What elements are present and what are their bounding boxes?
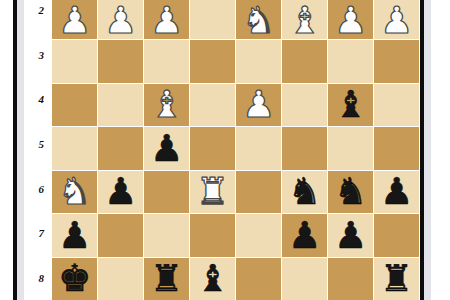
white-pawn: ♟ xyxy=(242,86,275,123)
square-d3[interactable] xyxy=(236,40,281,83)
square-e7[interactable] xyxy=(190,214,235,257)
square-h8[interactable]: ♚ xyxy=(52,258,97,300)
black-knight: ♞ xyxy=(334,173,367,210)
rank-label-8: 8 xyxy=(0,256,44,300)
square-h6[interactable]: ♞ xyxy=(52,171,97,214)
square-c8[interactable] xyxy=(282,258,327,300)
white-pawn: ♟ xyxy=(58,2,91,39)
black-pawn: ♟ xyxy=(150,130,183,167)
white-rook: ♜ xyxy=(196,173,229,210)
square-a5[interactable] xyxy=(374,127,419,170)
black-bishop: ♝ xyxy=(334,86,367,123)
black-rook: ♜ xyxy=(150,260,183,297)
black-pawn: ♟ xyxy=(380,173,413,210)
white-pawn: ♟ xyxy=(334,2,367,39)
white-bishop: ♝ xyxy=(288,2,321,39)
square-c4[interactable] xyxy=(282,84,327,127)
square-e5[interactable] xyxy=(190,127,235,170)
rank-label-4: 4 xyxy=(0,77,44,122)
square-g6[interactable]: ♟ xyxy=(98,171,143,214)
square-c7[interactable]: ♟ xyxy=(282,214,327,257)
square-b8[interactable] xyxy=(328,258,373,300)
square-h2[interactable]: ♟ xyxy=(52,0,97,39)
square-f8[interactable]: ♜ xyxy=(144,258,189,300)
square-b5[interactable] xyxy=(328,127,373,170)
chess-board: ♟♟♟♞♝♟♟♝♟♝♟♞♟♜♞♞♟♟♟♟♚♜♝♜ xyxy=(52,0,419,300)
square-b3[interactable] xyxy=(328,40,373,83)
square-a8[interactable]: ♜ xyxy=(374,258,419,300)
square-g8[interactable] xyxy=(98,258,143,300)
rank-label-3: 3 xyxy=(0,33,44,78)
square-e6[interactable]: ♜ xyxy=(190,171,235,214)
square-b2[interactable]: ♟ xyxy=(328,0,373,39)
rank-labels: 2345678 xyxy=(0,0,46,300)
square-a7[interactable] xyxy=(374,214,419,257)
square-g2[interactable]: ♟ xyxy=(98,0,143,39)
black-pawn: ♟ xyxy=(288,217,321,254)
black-pawn: ♟ xyxy=(58,217,91,254)
square-f6[interactable] xyxy=(144,171,189,214)
square-d6[interactable] xyxy=(236,171,281,214)
right-border-strip xyxy=(424,0,431,300)
square-e3[interactable] xyxy=(190,40,235,83)
rank-label-2: 2 xyxy=(0,0,44,33)
white-bishop: ♝ xyxy=(150,86,183,123)
square-e8[interactable]: ♝ xyxy=(190,258,235,300)
square-a4[interactable] xyxy=(374,84,419,127)
square-h7[interactable]: ♟ xyxy=(52,214,97,257)
rank-label-5: 5 xyxy=(0,122,44,167)
square-g4[interactable] xyxy=(98,84,143,127)
square-e4[interactable] xyxy=(190,84,235,127)
square-c6[interactable]: ♞ xyxy=(282,171,327,214)
square-g7[interactable] xyxy=(98,214,143,257)
square-a3[interactable] xyxy=(374,40,419,83)
black-rook: ♜ xyxy=(380,260,413,297)
square-b6[interactable]: ♞ xyxy=(328,171,373,214)
black-bishop: ♝ xyxy=(196,260,229,297)
square-h4[interactable] xyxy=(52,84,97,127)
white-knight: ♞ xyxy=(58,173,91,210)
square-f3[interactable] xyxy=(144,40,189,83)
square-h5[interactable] xyxy=(52,127,97,170)
black-pawn: ♟ xyxy=(104,173,137,210)
black-king: ♚ xyxy=(58,260,91,297)
white-pawn: ♟ xyxy=(380,2,413,39)
black-pawn: ♟ xyxy=(334,217,367,254)
square-g3[interactable] xyxy=(98,40,143,83)
square-b7[interactable]: ♟ xyxy=(328,214,373,257)
square-a2[interactable]: ♟ xyxy=(374,0,419,39)
square-e2[interactable] xyxy=(190,0,235,39)
square-f7[interactable] xyxy=(144,214,189,257)
square-c3[interactable] xyxy=(282,40,327,83)
square-d8[interactable] xyxy=(236,258,281,300)
square-f4[interactable]: ♝ xyxy=(144,84,189,127)
square-f5[interactable]: ♟ xyxy=(144,127,189,170)
square-b4[interactable]: ♝ xyxy=(328,84,373,127)
rank-label-7: 7 xyxy=(0,211,44,256)
square-d5[interactable] xyxy=(236,127,281,170)
square-c2[interactable]: ♝ xyxy=(282,0,327,39)
square-c5[interactable] xyxy=(282,127,327,170)
square-f2[interactable]: ♟ xyxy=(144,0,189,39)
white-pawn: ♟ xyxy=(150,2,183,39)
square-d7[interactable] xyxy=(236,214,281,257)
square-d2[interactable]: ♞ xyxy=(236,0,281,39)
white-pawn: ♟ xyxy=(104,2,137,39)
white-knight: ♞ xyxy=(242,2,275,39)
rank-label-6: 6 xyxy=(0,166,44,211)
black-knight: ♞ xyxy=(288,173,321,210)
square-h3[interactable] xyxy=(52,40,97,83)
square-d4[interactable]: ♟ xyxy=(236,84,281,127)
square-a6[interactable]: ♟ xyxy=(374,171,419,214)
square-g5[interactable] xyxy=(98,127,143,170)
